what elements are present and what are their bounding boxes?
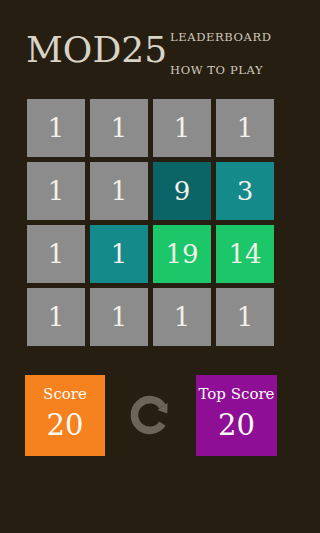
tile-1: 1 bbox=[27, 288, 85, 346]
tile-1: 1 bbox=[90, 225, 148, 283]
top-score-value: 20 bbox=[218, 408, 255, 443]
app-title: MOD25 bbox=[26, 32, 167, 68]
tile-1: 1 bbox=[153, 99, 211, 157]
tile-1: 1 bbox=[27, 162, 85, 220]
tile-3: 3 bbox=[216, 162, 274, 220]
tile-9: 9 bbox=[153, 162, 211, 220]
top-score-box: Top Score 20 bbox=[196, 375, 277, 456]
tile-19: 19 bbox=[153, 225, 211, 283]
tile-1: 1 bbox=[216, 288, 274, 346]
tile-1: 1 bbox=[90, 162, 148, 220]
score-label: Score bbox=[43, 386, 87, 403]
tile-1: 1 bbox=[216, 99, 274, 157]
how-to-play-link[interactable]: HOW TO PLAY bbox=[170, 63, 263, 77]
tile-1: 1 bbox=[27, 99, 85, 157]
top-score-label: Top Score bbox=[199, 386, 275, 403]
tile-1: 1 bbox=[90, 99, 148, 157]
leaderboard-link[interactable]: LEADERBOARD bbox=[170, 30, 272, 44]
game-board[interactable]: 111111931119141111 bbox=[27, 99, 274, 346]
score-value: 20 bbox=[47, 408, 84, 443]
tile-1: 1 bbox=[153, 288, 211, 346]
restart-button[interactable] bbox=[127, 392, 173, 438]
score-box: Score 20 bbox=[25, 375, 105, 456]
refresh-icon bbox=[127, 392, 173, 438]
tile-1: 1 bbox=[27, 225, 85, 283]
tile-14: 14 bbox=[216, 225, 274, 283]
tile-1: 1 bbox=[90, 288, 148, 346]
